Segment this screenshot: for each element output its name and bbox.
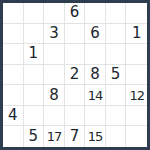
cell-r2c3: 3 bbox=[44, 24, 65, 45]
cell-r2c7: 1 bbox=[126, 24, 147, 45]
cell-r1c5[interactable] bbox=[85, 3, 106, 24]
cell-r2c2[interactable] bbox=[24, 24, 45, 45]
cell-r2c6[interactable] bbox=[106, 24, 127, 45]
puzzle-board: 6 3 6 1 1 2 8 5 8 14 12 4 5 17 7 15 bbox=[0, 0, 150, 150]
cell-r1c2[interactable] bbox=[24, 3, 45, 24]
cell-r4c5: 8 bbox=[85, 65, 106, 86]
cell-r7c6[interactable] bbox=[106, 126, 127, 147]
cell-r7c4: 7 bbox=[65, 126, 86, 147]
cell-r5c3: 8 bbox=[44, 85, 65, 106]
cell-r7c5: 15 bbox=[85, 126, 106, 147]
cell-r5c4[interactable] bbox=[65, 85, 86, 106]
cell-r2c4[interactable] bbox=[65, 24, 86, 45]
cell-r3c5[interactable] bbox=[85, 44, 106, 65]
cell-r1c3[interactable] bbox=[44, 3, 65, 24]
cell-r3c6[interactable] bbox=[106, 44, 127, 65]
cell-r6c1: 4 bbox=[3, 106, 24, 127]
cell-r6c6[interactable] bbox=[106, 106, 127, 127]
cell-r1c7[interactable] bbox=[126, 3, 147, 24]
cell-r7c1[interactable] bbox=[3, 126, 24, 147]
cell-r3c1[interactable] bbox=[3, 44, 24, 65]
cell-r7c7[interactable] bbox=[126, 126, 147, 147]
cell-r4c4: 2 bbox=[65, 65, 86, 86]
cell-r5c1[interactable] bbox=[3, 85, 24, 106]
cell-r2c5: 6 bbox=[85, 24, 106, 45]
cell-r1c4: 6 bbox=[65, 3, 86, 24]
cell-r2c1[interactable] bbox=[3, 24, 24, 45]
cell-r4c3[interactable] bbox=[44, 65, 65, 86]
cell-r7c2: 5 bbox=[24, 126, 45, 147]
cell-r6c7[interactable] bbox=[126, 106, 147, 127]
cell-r5c2[interactable] bbox=[24, 85, 45, 106]
cell-r4c6: 5 bbox=[106, 65, 127, 86]
cell-r4c1[interactable] bbox=[3, 65, 24, 86]
cell-r3c2: 1 bbox=[24, 44, 45, 65]
cell-r6c2[interactable] bbox=[24, 106, 45, 127]
cell-r3c7[interactable] bbox=[126, 44, 147, 65]
cell-r7c3: 17 bbox=[44, 126, 65, 147]
cell-r3c4[interactable] bbox=[65, 44, 86, 65]
cell-r1c6[interactable] bbox=[106, 3, 127, 24]
cell-r3c3[interactable] bbox=[44, 44, 65, 65]
cell-r4c2[interactable] bbox=[24, 65, 45, 86]
cell-r5c5: 14 bbox=[85, 85, 106, 106]
cell-r6c3[interactable] bbox=[44, 106, 65, 127]
cell-r6c4[interactable] bbox=[65, 106, 86, 127]
cell-r6c5[interactable] bbox=[85, 106, 106, 127]
cell-r5c6[interactable] bbox=[106, 85, 127, 106]
cell-r5c7: 12 bbox=[126, 85, 147, 106]
cell-r4c7[interactable] bbox=[126, 65, 147, 86]
cell-r1c1[interactable] bbox=[3, 3, 24, 24]
